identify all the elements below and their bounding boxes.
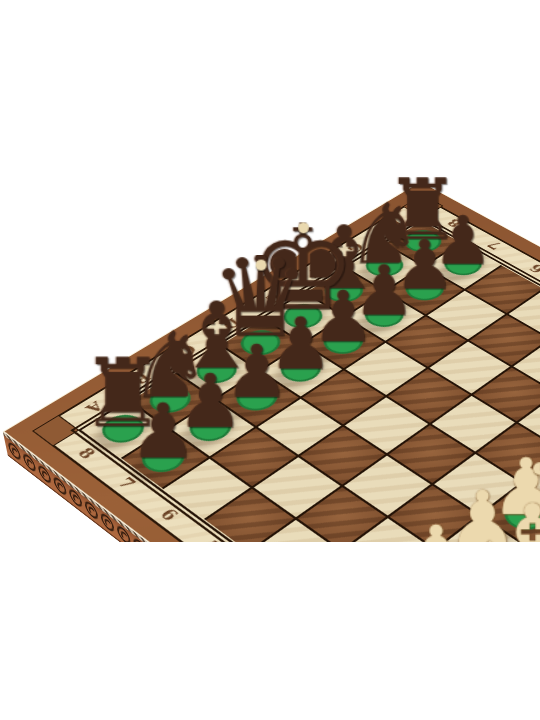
cream-finial — [255, 260, 266, 271]
crop-white-cover — [0, 542, 540, 720]
black-pawn-a7: ♟ — [98, 397, 229, 457]
photo-canvas: 8877665544332211AABBCCDDEEFFGGHH ♜♞♝♛♚♝♞… — [0, 0, 540, 720]
